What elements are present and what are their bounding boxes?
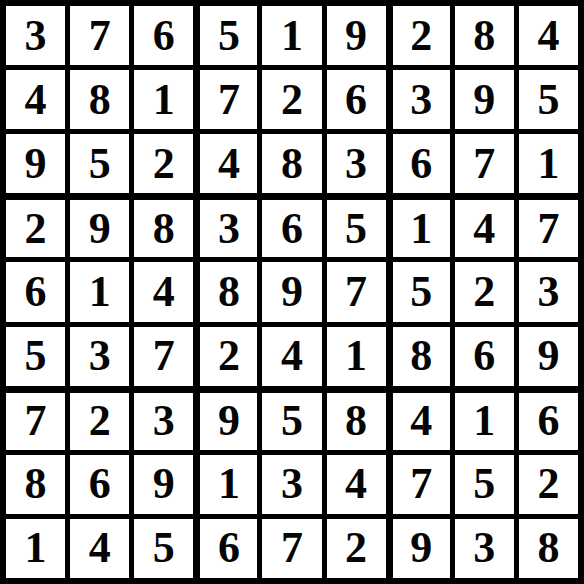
- cell-r9c8[interactable]: 3: [455, 519, 514, 578]
- cell-r7c5[interactable]: 5: [262, 391, 321, 450]
- cell-r4c9[interactable]: 7: [519, 198, 578, 257]
- cell-r9c5[interactable]: 7: [262, 519, 321, 578]
- cell-r2c3[interactable]: 1: [134, 70, 193, 129]
- cell-r1c5[interactable]: 1: [262, 6, 321, 65]
- cell-r8c8[interactable]: 5: [455, 455, 514, 514]
- cell-r7c8[interactable]: 1: [455, 391, 514, 450]
- cell-r1c4[interactable]: 5: [198, 6, 257, 65]
- cell-r8c4[interactable]: 1: [198, 455, 257, 514]
- cell-r6c7[interactable]: 8: [391, 327, 450, 386]
- cell-r2c5[interactable]: 2: [262, 70, 321, 129]
- cell-r3c7[interactable]: 6: [391, 134, 450, 193]
- cell-r5c9[interactable]: 3: [519, 262, 578, 321]
- cell-r3c8[interactable]: 7: [455, 134, 514, 193]
- sudoku-board: 3765192844817263959524836712983651476148…: [0, 0, 584, 584]
- cell-r1c9[interactable]: 4: [519, 6, 578, 65]
- cell-r9c7[interactable]: 9: [391, 519, 450, 578]
- cell-r6c3[interactable]: 7: [134, 327, 193, 386]
- cell-r5c7[interactable]: 5: [391, 262, 450, 321]
- cell-r5c8[interactable]: 2: [455, 262, 514, 321]
- cell-r6c5[interactable]: 4: [262, 327, 321, 386]
- cell-r8c5[interactable]: 3: [262, 455, 321, 514]
- cell-r2c4[interactable]: 7: [198, 70, 257, 129]
- cell-r4c7[interactable]: 1: [391, 198, 450, 257]
- cell-r5c5[interactable]: 9: [262, 262, 321, 321]
- cell-r1c7[interactable]: 2: [391, 6, 450, 65]
- cell-r5c3[interactable]: 4: [134, 262, 193, 321]
- cell-r6c1[interactable]: 5: [6, 327, 65, 386]
- cell-r7c4[interactable]: 9: [198, 391, 257, 450]
- cell-r3c5[interactable]: 8: [262, 134, 321, 193]
- cell-r8c6[interactable]: 4: [327, 455, 386, 514]
- cell-r8c1[interactable]: 8: [6, 455, 65, 514]
- cell-r8c2[interactable]: 6: [70, 455, 129, 514]
- cell-r4c2[interactable]: 9: [70, 198, 129, 257]
- cell-r1c8[interactable]: 8: [455, 6, 514, 65]
- cell-r2c7[interactable]: 3: [391, 70, 450, 129]
- cell-r6c8[interactable]: 6: [455, 327, 514, 386]
- cell-r4c5[interactable]: 6: [262, 198, 321, 257]
- cell-r7c7[interactable]: 4: [391, 391, 450, 450]
- cell-r4c8[interactable]: 4: [455, 198, 514, 257]
- cell-r3c2[interactable]: 5: [70, 134, 129, 193]
- cell-r8c7[interactable]: 7: [391, 455, 450, 514]
- cell-r8c3[interactable]: 9: [134, 455, 193, 514]
- cell-r2c9[interactable]: 5: [519, 70, 578, 129]
- cell-r9c4[interactable]: 6: [198, 519, 257, 578]
- cell-r9c2[interactable]: 4: [70, 519, 129, 578]
- cell-r2c6[interactable]: 6: [327, 70, 386, 129]
- cell-r4c1[interactable]: 2: [6, 198, 65, 257]
- cell-r1c2[interactable]: 7: [70, 6, 129, 65]
- cell-r6c9[interactable]: 9: [519, 327, 578, 386]
- cell-r4c6[interactable]: 5: [327, 198, 386, 257]
- cell-r3c6[interactable]: 3: [327, 134, 386, 193]
- cell-r3c9[interactable]: 1: [519, 134, 578, 193]
- cell-r7c6[interactable]: 8: [327, 391, 386, 450]
- cell-r7c2[interactable]: 2: [70, 391, 129, 450]
- cell-r8c9[interactable]: 2: [519, 455, 578, 514]
- cell-r9c6[interactable]: 2: [327, 519, 386, 578]
- cell-r2c2[interactable]: 8: [70, 70, 129, 129]
- cell-r5c2[interactable]: 1: [70, 262, 129, 321]
- cell-r7c1[interactable]: 7: [6, 391, 65, 450]
- cell-r1c3[interactable]: 6: [134, 6, 193, 65]
- cell-r5c1[interactable]: 6: [6, 262, 65, 321]
- cell-r5c4[interactable]: 8: [198, 262, 257, 321]
- cell-r3c3[interactable]: 2: [134, 134, 193, 193]
- cell-r1c6[interactable]: 9: [327, 6, 386, 65]
- cell-r9c3[interactable]: 5: [134, 519, 193, 578]
- cell-r6c2[interactable]: 3: [70, 327, 129, 386]
- cell-r7c3[interactable]: 3: [134, 391, 193, 450]
- cell-r9c9[interactable]: 8: [519, 519, 578, 578]
- sudoku-diagram: 3765192844817263959524836712983651476148…: [0, 0, 584, 584]
- cell-r2c8[interactable]: 9: [455, 70, 514, 129]
- cell-r7c9[interactable]: 6: [519, 391, 578, 450]
- cell-r5c6[interactable]: 7: [327, 262, 386, 321]
- cell-r6c6[interactable]: 1: [327, 327, 386, 386]
- cell-r2c1[interactable]: 4: [6, 70, 65, 129]
- cell-r4c4[interactable]: 3: [198, 198, 257, 257]
- cell-r1c1[interactable]: 3: [6, 6, 65, 65]
- cell-r9c1[interactable]: 1: [6, 519, 65, 578]
- cell-r6c4[interactable]: 2: [198, 327, 257, 386]
- cell-r3c4[interactable]: 4: [198, 134, 257, 193]
- cell-r3c1[interactable]: 9: [6, 134, 65, 193]
- cell-r4c3[interactable]: 8: [134, 198, 193, 257]
